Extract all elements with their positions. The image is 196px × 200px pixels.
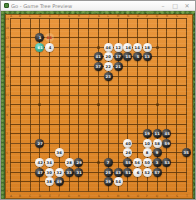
stone-white-30: 30: [45, 168, 54, 177]
stone-black-7: 7: [104, 158, 113, 167]
star-point: [97, 161, 100, 164]
grid-line: [30, 18, 31, 192]
stone-number: 13: [145, 54, 150, 60]
stone-black-13: 13: [143, 52, 152, 61]
stone-white-34: 34: [45, 158, 54, 167]
stone-number: 10: [145, 141, 150, 147]
stone-number: 59: [164, 141, 169, 147]
stone-number: 22: [106, 64, 111, 70]
coordinate-label: K: [98, 195, 100, 197]
stone-white-10: 10: [143, 139, 152, 148]
stone-white-12: 12: [114, 43, 123, 52]
coordinate-label: 4: [6, 162, 8, 164]
coordinate-label: G: [68, 195, 70, 197]
coordinate-label: 8: [6, 123, 8, 125]
coordinate-label: C: [29, 15, 31, 17]
coordinate-label: O: [136, 195, 138, 197]
stone-number: 61: [37, 45, 42, 51]
stone-white-8: 8: [143, 148, 152, 157]
coordinate-label: B: [19, 195, 21, 197]
star-point: [38, 103, 41, 106]
stone-number: 31: [76, 169, 81, 175]
close-button[interactable]: ✕: [182, 1, 192, 11]
stone-black-3: 3: [153, 158, 162, 167]
stone-black-59: 59: [162, 139, 171, 148]
stone-black-5: 5: [133, 52, 142, 61]
stone-number: 9: [156, 150, 159, 156]
coordinate-label: J: [88, 15, 89, 17]
coordinate-label: 11: [5, 94, 9, 96]
coordinate-label: M: [117, 195, 120, 197]
coordinate-label: L: [107, 195, 109, 197]
stone-black-39: 39: [104, 177, 113, 186]
coordinate-label: D: [39, 15, 41, 17]
coordinate-label: K: [98, 15, 100, 17]
stone-white-42: 42: [35, 158, 44, 167]
stone-black-35: 35: [182, 148, 191, 157]
coordinate-label: E: [49, 195, 51, 197]
stone-number: 3: [156, 160, 159, 166]
stone-number: 36: [57, 150, 62, 156]
coordinate-label: L: [107, 15, 109, 17]
coordinate-label: R: [166, 15, 168, 17]
star-point: [97, 46, 100, 49]
stone-white-6: 6: [133, 168, 142, 177]
stone-white-22: 22: [104, 62, 113, 71]
stone-number: 8: [146, 150, 149, 156]
stone-white-52: 52: [143, 168, 152, 177]
stone-black-47: 47: [35, 168, 44, 177]
coordinate-label: Q: [156, 15, 158, 17]
stone-number: 1: [39, 35, 42, 41]
stone-number: 35: [184, 150, 189, 156]
stone-white-26: 26: [123, 148, 132, 157]
grid-line: [88, 18, 89, 192]
coordinate-label: 19: [5, 18, 9, 20]
stone-black-23: 23: [104, 72, 113, 81]
stone-number: 43: [115, 169, 120, 175]
coordinate-label: 15: [5, 56, 9, 58]
stone-white-46: 46: [104, 43, 113, 52]
stone-number: 12: [115, 45, 120, 51]
stone-black-29: 29: [74, 158, 83, 167]
title-bar: Go - Game Tree Preview – □ ✕: [1, 1, 195, 11]
coordinate-label: N: [127, 15, 129, 17]
star-point: [156, 103, 159, 106]
app-icon: [4, 3, 9, 8]
stone-number: 28: [67, 160, 72, 166]
coordinate-label: H: [78, 195, 80, 197]
app-window: Go - Game Tree Preview – □ ✕ AABBCCDDEEF…: [0, 0, 196, 200]
stone-number: 41: [96, 54, 101, 60]
stone-number: 27: [37, 141, 42, 147]
grass-background: AABBCCDDEEFFGGHHJJKKLLMMNNOOPPQQRRSSTT19…: [1, 11, 195, 199]
stone-number: 18: [145, 45, 150, 51]
stone-white-38: 38: [45, 177, 54, 186]
stone-number: 30: [47, 169, 52, 175]
stone-white-16: 16: [123, 43, 132, 52]
stone-number: 25: [106, 169, 111, 175]
star-point: [97, 103, 100, 106]
grid-line: [20, 18, 21, 192]
coordinate-label: 7: [6, 133, 8, 135]
stone-black-51: 51: [123, 168, 132, 177]
coordinate-label: S: [176, 15, 178, 17]
stone-number: 60: [125, 141, 130, 147]
stone-white-4: 4: [45, 43, 54, 52]
coordinate-label: F: [59, 195, 61, 197]
coordinate-label: S: [176, 195, 178, 197]
red-number-marker: 44: [45, 33, 54, 42]
coordinate-label: H: [78, 15, 80, 17]
coordinate-label: P: [147, 15, 149, 17]
coordinate-label: 17: [5, 37, 9, 39]
coordinate-label: 9: [6, 114, 8, 116]
stone-number: 46: [106, 45, 111, 51]
stone-black-43: 43: [114, 168, 123, 177]
stone-black-53: 53: [162, 158, 171, 167]
stone-number: 56: [135, 160, 140, 166]
stone-white-58: 58: [153, 139, 162, 148]
coordinate-label: F: [59, 15, 61, 17]
coordinate-label: P: [147, 195, 149, 197]
stone-number: 38: [47, 179, 52, 185]
stone-white-18: 18: [143, 43, 152, 52]
stone-number: 20: [106, 54, 111, 60]
stone-black-1: 1: [35, 33, 44, 42]
stone-number: 6: [136, 169, 139, 175]
stone-number: 42: [37, 160, 42, 166]
coordinate-label: T: [186, 15, 188, 17]
coordinate-label: A: [9, 15, 11, 17]
stone-black-61: 61: [35, 43, 44, 52]
stone-number: 37: [96, 64, 101, 70]
grid-line: [176, 18, 177, 192]
stone-number: 15: [125, 54, 130, 60]
coordinate-label: 2: [6, 181, 8, 183]
coordinate-label: M: [117, 15, 120, 17]
window-title: Go - Game Tree Preview: [11, 1, 134, 10]
coordinate-label: B: [19, 15, 21, 17]
coordinate-label: G: [68, 15, 70, 17]
stone-number: 51: [125, 169, 130, 175]
stone-black-15: 15: [123, 52, 132, 61]
coordinate-label: 3: [6, 171, 8, 173]
grid-line: [59, 18, 60, 192]
stone-number: 47: [37, 169, 42, 175]
stone-white-14: 14: [133, 43, 142, 52]
coordinate-label: 13: [5, 75, 9, 77]
coordinate-label: 12: [5, 85, 9, 87]
coordinate-label: T: [186, 195, 188, 197]
stone-white-28: 28: [65, 158, 74, 167]
stone-number: 21: [115, 64, 120, 70]
maximize-button[interactable]: □: [170, 1, 180, 11]
stone-number: 19: [145, 131, 150, 137]
stone-black-21: 21: [114, 62, 123, 71]
stone-number: 57: [155, 169, 160, 175]
stone-number: 34: [47, 160, 52, 166]
stone-black-11: 11: [153, 129, 162, 138]
stone-black-57: 57: [153, 168, 162, 177]
marker-number: 44: [47, 35, 52, 41]
coordinate-label: C: [29, 195, 31, 197]
coordinate-label: 1: [6, 190, 8, 192]
stone-white-36: 36: [55, 148, 64, 157]
stone-black-9: 9: [153, 148, 162, 157]
stone-black-45: 45: [162, 129, 171, 138]
stone-number: 45: [164, 131, 169, 137]
stone-number: 58: [155, 141, 160, 147]
stone-number: 14: [135, 45, 140, 51]
grid-line: [10, 18, 11, 192]
star-point: [156, 46, 159, 49]
stone-number: 17: [115, 54, 120, 60]
coordinate-label: 18: [5, 27, 9, 29]
coordinate-label: R: [166, 195, 168, 197]
stone-number: 7: [107, 160, 110, 166]
coordinate-label: 5: [6, 152, 8, 154]
stone-black-19: 19: [143, 129, 152, 138]
coordinate-label: 10: [5, 104, 9, 106]
stone-black-31: 31: [74, 168, 83, 177]
coordinate-label: D: [39, 195, 41, 197]
stone-number: 49: [57, 179, 62, 185]
coordinate-label: 6: [6, 142, 8, 144]
stone-number: 11: [155, 131, 160, 137]
stone-number: 23: [106, 73, 111, 79]
stone-number: 39: [106, 179, 111, 185]
coordinate-label: J: [88, 195, 89, 197]
coordinate-label: O: [136, 15, 138, 17]
stone-number: 33: [67, 169, 72, 175]
stone-white-32: 32: [55, 168, 64, 177]
stone-black-49: 49: [55, 177, 64, 186]
stone-number: 4: [48, 45, 51, 51]
coordinate-label: 16: [5, 46, 9, 48]
stone-number: 55: [125, 160, 130, 166]
stone-black-37: 37: [94, 62, 103, 71]
stone-black-27: 27: [35, 139, 44, 148]
stone-number: 50: [145, 160, 150, 166]
stone-number: 26: [125, 150, 130, 156]
stone-black-41: 41: [94, 52, 103, 61]
stone-black-25: 25: [104, 168, 113, 177]
stone-black-55: 55: [123, 158, 132, 167]
stone-white-60: 60: [123, 139, 132, 148]
minimize-button[interactable]: –: [158, 1, 168, 11]
stone-number: 5: [136, 54, 139, 60]
stone-black-33: 33: [65, 168, 74, 177]
stone-number: 29: [76, 160, 81, 166]
stone-black-17: 17: [114, 52, 123, 61]
stone-number: 52: [145, 169, 150, 175]
stone-white-56: 56: [133, 158, 142, 167]
stone-white-54: 54: [114, 177, 123, 186]
coordinate-label: Q: [156, 195, 158, 197]
coordinate-label: 14: [5, 66, 9, 68]
stone-number: 54: [115, 179, 120, 185]
stone-number: 32: [57, 169, 62, 175]
coordinate-label: A: [9, 195, 11, 197]
grid-line: [186, 18, 187, 192]
coordinate-label: E: [49, 15, 51, 17]
go-board[interactable]: AABBCCDDEEFFGGHHJJKKLLMMNNOOPPQQRRSSTT19…: [5, 14, 193, 199]
stone-white-20: 20: [104, 52, 113, 61]
stone-number: 53: [164, 160, 169, 166]
stone-white-50: 50: [143, 158, 152, 167]
stone-number: 16: [125, 45, 130, 51]
coordinate-label: N: [127, 195, 129, 197]
